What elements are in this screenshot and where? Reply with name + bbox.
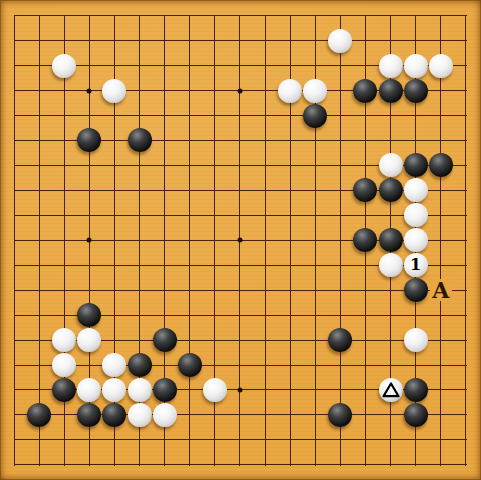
white-stone [379, 153, 403, 177]
white-stone [153, 403, 177, 427]
white-stone [128, 378, 152, 402]
grid-line [14, 464, 467, 465]
white-stone [303, 79, 327, 103]
go-board[interactable]: 1A [0, 0, 481, 480]
white-stone [379, 253, 403, 277]
white-stone [278, 79, 302, 103]
star-point [237, 238, 242, 243]
black-stone [404, 403, 428, 427]
white-stone [404, 328, 428, 352]
white-stone [328, 29, 352, 53]
black-stone [178, 353, 202, 377]
black-stone [353, 228, 377, 252]
black-stone [404, 153, 428, 177]
white-stone [404, 253, 428, 277]
white-stone [102, 378, 126, 402]
grid-line [465, 16, 466, 466]
black-stone [379, 178, 403, 202]
black-stone [328, 328, 352, 352]
white-stone [404, 203, 428, 227]
black-stone [404, 378, 428, 402]
black-stone [404, 278, 428, 302]
white-stone [429, 54, 453, 78]
white-stone [404, 228, 428, 252]
black-stone [77, 128, 101, 152]
white-stone [404, 54, 428, 78]
star-point [237, 387, 242, 392]
white-stone [128, 403, 152, 427]
grid-line [14, 365, 467, 366]
black-stone [77, 403, 101, 427]
white-stone [102, 79, 126, 103]
grid-line [14, 115, 467, 116]
grid-line [265, 16, 266, 466]
black-stone [102, 403, 126, 427]
white-stone [203, 378, 227, 402]
black-stone [27, 403, 51, 427]
grid-line [14, 215, 467, 216]
black-stone [379, 228, 403, 252]
white-stone [404, 178, 428, 202]
white-stone [102, 353, 126, 377]
black-stone [52, 378, 76, 402]
black-stone [128, 128, 152, 152]
star-point [87, 88, 92, 93]
black-stone [429, 153, 453, 177]
black-stone [153, 378, 177, 402]
star-point [237, 88, 242, 93]
black-stone [303, 104, 327, 128]
black-stone [77, 303, 101, 327]
white-stone [379, 54, 403, 78]
star-point [87, 238, 92, 243]
grid-line [14, 290, 467, 291]
grid-line [340, 16, 341, 466]
black-stone [353, 79, 377, 103]
white-stone [52, 328, 76, 352]
black-stone [128, 353, 152, 377]
white-stone [77, 328, 101, 352]
black-stone [328, 403, 352, 427]
grid-line [14, 40, 467, 41]
white-stone [52, 353, 76, 377]
grid-line [440, 16, 441, 466]
white-stone [379, 378, 403, 402]
grid-line [14, 439, 467, 440]
black-stone [379, 79, 403, 103]
white-stone [77, 378, 101, 402]
black-stone [404, 79, 428, 103]
black-stone [153, 328, 177, 352]
black-stone [353, 178, 377, 202]
white-stone [52, 54, 76, 78]
grid-line [14, 15, 467, 16]
